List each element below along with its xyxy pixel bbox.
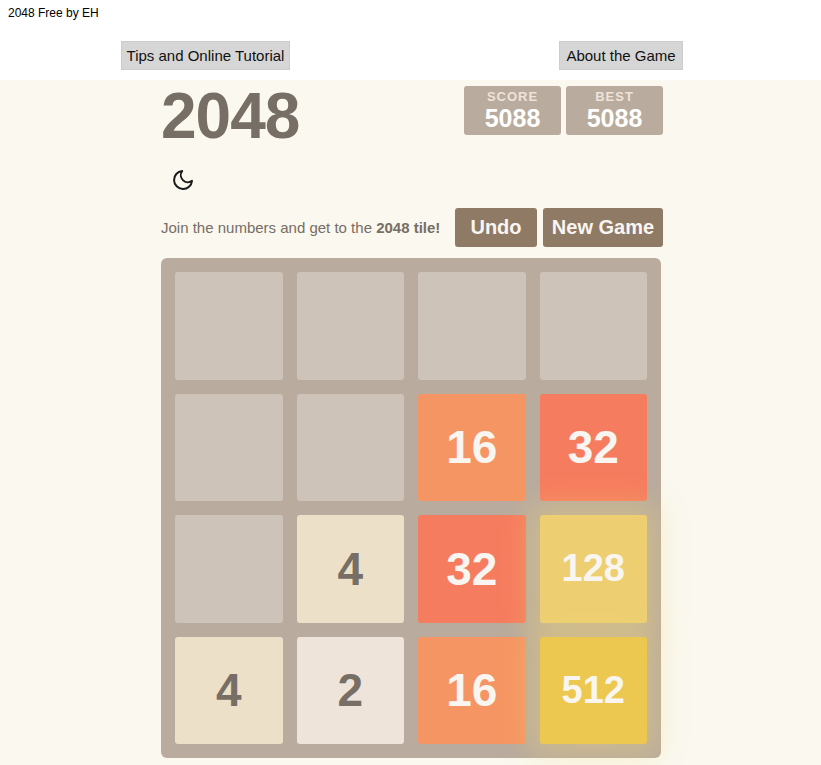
page-title: 2048 — [161, 84, 299, 148]
score-panel: SCORE 5088 BEST 5088 — [464, 86, 663, 135]
best-label: BEST — [595, 90, 634, 104]
window-titlebar: 2048 Free by EH Tips and Online Tutorial… — [0, 0, 821, 80]
empty-cell — [418, 272, 526, 380]
tile-4: 4 — [297, 515, 405, 623]
empty-cell — [297, 394, 405, 502]
best-value: 5088 — [587, 105, 643, 131]
intro-text: Join the numbers and get to the 2048 til… — [161, 219, 440, 236]
score-label: SCORE — [487, 90, 538, 104]
tile-2: 2 — [297, 637, 405, 745]
main-column: 2048 SCORE 5088 BEST 5088 Join the numbe… — [161, 84, 663, 758]
about-the-game-button[interactable]: About the Game — [559, 41, 683, 70]
tile-32: 32 — [540, 394, 648, 502]
score-value: 5088 — [485, 105, 541, 131]
intro-row: Join the numbers and get to the 2048 til… — [161, 208, 663, 247]
app-window: 2048 Free by EH Tips and Online Tutorial… — [0, 0, 821, 765]
empty-cell — [175, 272, 283, 380]
undo-button[interactable]: Undo — [455, 208, 537, 247]
empty-cell — [175, 515, 283, 623]
game-board[interactable]: 16324321284216512 — [161, 258, 661, 758]
header-row: 2048 SCORE 5088 BEST 5088 — [161, 84, 663, 148]
intro-text-prefix: Join the numbers and get to the — [161, 219, 376, 236]
best-box: BEST 5088 — [566, 86, 663, 135]
new-game-button[interactable]: New Game — [543, 208, 663, 247]
empty-cell — [540, 272, 648, 380]
moon-icon — [171, 168, 195, 192]
theme-toggle[interactable] — [171, 168, 663, 194]
intro-text-goal: 2048 tile! — [376, 219, 440, 236]
tile-32: 32 — [418, 515, 526, 623]
tips-and-tutorial-button[interactable]: Tips and Online Tutorial — [121, 41, 290, 70]
tile-16: 16 — [418, 394, 526, 502]
tile-128: 128 — [540, 515, 648, 623]
control-buttons: Undo New Game — [455, 208, 663, 247]
score-box: SCORE 5088 — [464, 86, 561, 135]
tile-4: 4 — [175, 637, 283, 745]
empty-cell — [297, 272, 405, 380]
tile-512: 512 — [540, 637, 648, 745]
window-title: 2048 Free by EH — [8, 6, 99, 20]
tile-16: 16 — [418, 637, 526, 745]
empty-cell — [175, 394, 283, 502]
